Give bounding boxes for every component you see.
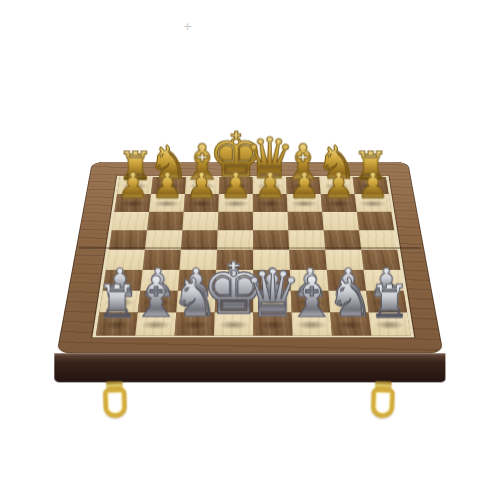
square-b6[interactable] <box>147 212 184 231</box>
square-e6[interactable] <box>253 212 288 231</box>
clasp-latch-left[interactable] <box>99 381 129 419</box>
chess-board: ♜♞♝♚♛♝♞♜♟♟♟♟♟♟♟♟♟♟♟♟♟♟♟♟♜♝♞♚♛♝♞♜ <box>57 162 444 353</box>
piece-gold-black-pawn-h7[interactable]: ♟ <box>342 169 403 202</box>
latch-ring-icon <box>370 387 394 418</box>
square-c6[interactable] <box>182 212 218 231</box>
square-d6[interactable] <box>218 212 253 231</box>
piece-silver-white-rook-h1[interactable]: ♜ <box>355 281 424 324</box>
product-photo: + ♜♞♝♚♛♝♞♜♟♟♟♟♟♟♟♟♟♟♟♟♟♟♟♟♜♝♞♚♛♝♞♜ <box>0 0 500 500</box>
latch-ring-icon <box>102 387 126 418</box>
square-h1[interactable]: ♜ <box>369 313 411 336</box>
board-perspective-wrapper: ♜♞♝♚♛♝♞♜♟♟♟♟♟♟♟♟♟♟♟♟♟♟♟♟♜♝♞♚♛♝♞♜ <box>76 74 424 422</box>
square-a6[interactable] <box>112 212 149 231</box>
piece-silver-white-bishop-b1[interactable]: ♝ <box>121 271 190 324</box>
square-b1[interactable]: ♝ <box>135 313 176 336</box>
piece-silver-white-bishop-f1[interactable]: ♝ <box>277 271 346 324</box>
square-f1[interactable]: ♝ <box>292 313 332 336</box>
clasp-latch-right[interactable] <box>367 381 397 419</box>
board-squares: ♜♞♝♚♛♝♞♜♟♟♟♟♟♟♟♟♟♟♟♟♟♟♟♟♜♝♞♚♛♝♞♜ <box>92 176 414 338</box>
square-f6[interactable] <box>288 212 324 231</box>
board-front-edge <box>54 353 445 382</box>
square-h6[interactable] <box>357 212 395 231</box>
square-h7[interactable]: ♟ <box>355 194 392 212</box>
square-g6[interactable] <box>322 212 359 231</box>
watermark-plus-mark: + <box>183 20 192 33</box>
